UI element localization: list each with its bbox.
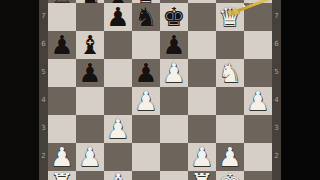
square-g4[interactable]: [216, 87, 244, 115]
square-a4[interactable]: [48, 87, 76, 115]
square-f4[interactable]: [188, 87, 216, 115]
rank-label-3: 3: [39, 124, 48, 133]
letterbox-left: [0, 0, 39, 180]
square-g3[interactable]: [216, 115, 244, 143]
square-c7[interactable]: ♟: [104, 3, 132, 31]
square-h7[interactable]: [244, 3, 272, 31]
square-b1[interactable]: [76, 171, 104, 180]
piece-white-b-c1[interactable]: ♝: [104, 169, 132, 180]
square-d5[interactable]: ♟: [132, 59, 160, 87]
square-d1[interactable]: [132, 171, 160, 180]
square-f7[interactable]: [188, 3, 216, 31]
piece-white-p-h4[interactable]: ♟: [244, 87, 272, 115]
square-a1[interactable]: ♜: [48, 171, 76, 180]
rank-label-4: 4: [39, 96, 48, 105]
square-e2[interactable]: [160, 143, 188, 171]
square-a2[interactable]: ♟: [48, 143, 76, 171]
rank-labels-right: 765432: [272, 0, 281, 180]
square-g6[interactable]: [216, 31, 244, 59]
piece-white-p-d4[interactable]: ♟: [132, 87, 160, 115]
square-e7[interactable]: ♚: [160, 3, 188, 31]
piece-black-p-a6[interactable]: ♟: [48, 31, 76, 59]
piece-white-p-g2[interactable]: ♟: [216, 143, 244, 171]
piece-white-r-a1[interactable]: ♜: [48, 169, 76, 180]
square-d3[interactable]: [132, 115, 160, 143]
square-c2[interactable]: [104, 143, 132, 171]
square-b4[interactable]: [76, 87, 104, 115]
square-d4[interactable]: ♟: [132, 87, 160, 115]
square-b5[interactable]: ♟: [76, 59, 104, 87]
square-e6[interactable]: ♟: [160, 31, 188, 59]
square-f6[interactable]: [188, 31, 216, 59]
rank-labels-left: 765432: [39, 0, 48, 180]
square-e5[interactable]: ♟: [160, 59, 188, 87]
square-h5[interactable]: [244, 59, 272, 87]
rank-label-4: 4: [272, 96, 281, 105]
square-a3[interactable]: [48, 115, 76, 143]
piece-white-p-f2[interactable]: ♟: [188, 143, 216, 171]
square-b3[interactable]: [76, 115, 104, 143]
square-c6[interactable]: [104, 31, 132, 59]
square-c5[interactable]: [104, 59, 132, 87]
square-f3[interactable]: [188, 115, 216, 143]
piece-white-p-a2[interactable]: ♟: [48, 143, 76, 171]
piece-black-k-e7[interactable]: ♚: [160, 3, 188, 31]
piece-white-p-e5[interactable]: ♟: [160, 59, 188, 87]
square-c4[interactable]: [104, 87, 132, 115]
rank-label-2: 2: [39, 152, 48, 161]
square-e1[interactable]: [160, 171, 188, 180]
square-c3[interactable]: ♟: [104, 115, 132, 143]
square-f1[interactable]: ♜: [188, 171, 216, 180]
piece-black-p-d5[interactable]: ♟: [132, 59, 160, 87]
piece-white-q-g7[interactable]: ♛: [216, 3, 244, 31]
letterbox-right: [281, 0, 320, 180]
square-e3[interactable]: [160, 115, 188, 143]
piece-black-b-b6[interactable]: ♝: [76, 31, 104, 59]
rank-label-6: 6: [39, 40, 48, 49]
chess-board[interactable]: ♜♞♝♛♟♞♚♛♟♝♟♟♟♟♞♟♟♟♟♟♟♟♜♝♜♚: [48, 0, 272, 180]
square-h4[interactable]: ♟: [244, 87, 272, 115]
square-d7[interactable]: ♞: [132, 3, 160, 31]
square-g1[interactable]: ♚: [216, 171, 244, 180]
square-b6[interactable]: ♝: [76, 31, 104, 59]
chess-video-frame: 765432 765432 ♜♞♝♛♟♞♚♛♟♝♟♟♟♟♞♟♟♟♟♟♟♟♜♝♜♚: [0, 0, 320, 180]
square-a6[interactable]: ♟: [48, 31, 76, 59]
rank-label-5: 5: [272, 68, 281, 77]
square-a5[interactable]: [48, 59, 76, 87]
square-d2[interactable]: [132, 143, 160, 171]
square-g5[interactable]: ♞: [216, 59, 244, 87]
rank-label-7: 7: [272, 12, 281, 21]
square-h6[interactable]: [244, 31, 272, 59]
square-d6[interactable]: [132, 31, 160, 59]
square-h2[interactable]: [244, 143, 272, 171]
piece-black-p-b5[interactable]: ♟: [76, 59, 104, 87]
square-g7[interactable]: ♛: [216, 3, 244, 31]
piece-white-p-b2[interactable]: ♟: [76, 143, 104, 171]
square-h3[interactable]: [244, 115, 272, 143]
square-c1[interactable]: ♝: [104, 171, 132, 180]
piece-white-n-g5[interactable]: ♞: [216, 59, 244, 87]
square-f5[interactable]: [188, 59, 216, 87]
piece-black-p-e6[interactable]: ♟: [160, 31, 188, 59]
piece-black-n-d7[interactable]: ♞: [132, 3, 160, 31]
rank-label-2: 2: [272, 152, 281, 161]
square-g2[interactable]: ♟: [216, 143, 244, 171]
piece-black-p-c7[interactable]: ♟: [104, 3, 132, 31]
piece-white-r-f1[interactable]: ♜: [188, 169, 216, 180]
rank-label-5: 5: [39, 68, 48, 77]
rank-label-3: 3: [272, 124, 281, 133]
square-e4[interactable]: [160, 87, 188, 115]
rank-label-7: 7: [39, 12, 48, 21]
piece-white-k-g1[interactable]: ♚: [216, 169, 244, 180]
square-a7[interactable]: [48, 3, 76, 31]
square-b7[interactable]: [76, 3, 104, 31]
square-f2[interactable]: ♟: [188, 143, 216, 171]
piece-white-p-c3[interactable]: ♟: [104, 115, 132, 143]
rank-label-6: 6: [272, 40, 281, 49]
square-h1[interactable]: [244, 171, 272, 180]
square-b2[interactable]: ♟: [76, 143, 104, 171]
